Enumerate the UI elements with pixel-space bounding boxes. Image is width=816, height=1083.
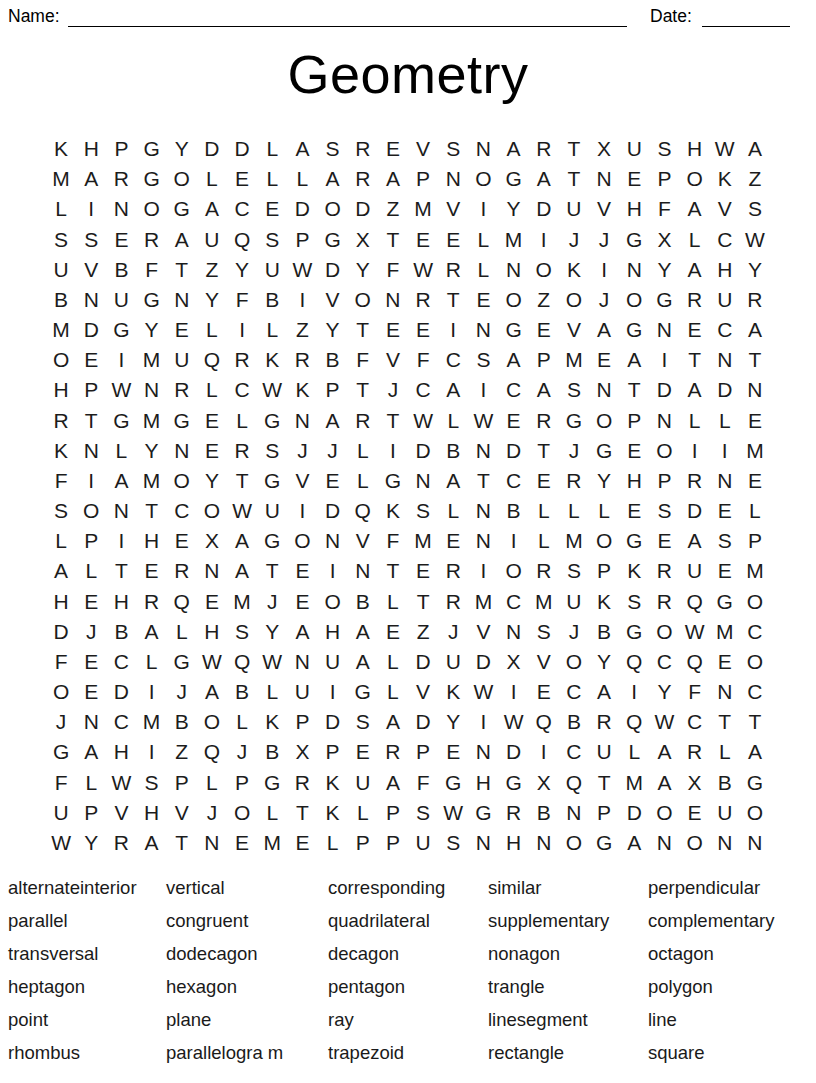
grid-cell-r13c20[interactable]: E xyxy=(619,496,649,526)
grid-cell-r11c1[interactable]: K xyxy=(46,436,76,466)
grid-cell-r20c19[interactable]: R xyxy=(589,707,619,737)
grid-cell-r1c13[interactable]: V xyxy=(408,134,438,164)
grid-cell-r21c15[interactable]: N xyxy=(468,737,498,767)
grid-cell-r21c3[interactable]: H xyxy=(106,737,136,767)
grid-cell-r20c18[interactable]: B xyxy=(559,707,589,737)
grid-cell-r1c3[interactable]: P xyxy=(106,134,136,164)
grid-cell-r22c23[interactable]: B xyxy=(710,767,740,797)
grid-cell-r2c14[interactable]: N xyxy=(438,164,468,194)
grid-cell-r19c5[interactable]: J xyxy=(167,677,197,707)
grid-cell-r18c21[interactable]: C xyxy=(649,647,679,677)
grid-cell-r18c3[interactable]: C xyxy=(106,647,136,677)
grid-cell-r4c20[interactable]: G xyxy=(619,224,649,254)
grid-cell-r13c18[interactable]: L xyxy=(559,496,589,526)
grid-cell-r12c22[interactable]: R xyxy=(679,466,709,496)
grid-cell-r7c10[interactable]: Y xyxy=(317,315,347,345)
grid-cell-r15c5[interactable]: R xyxy=(167,556,197,586)
grid-cell-r7c18[interactable]: V xyxy=(559,315,589,345)
grid-cell-r4c23[interactable]: C xyxy=(710,224,740,254)
grid-cell-r23c15[interactable]: G xyxy=(468,798,498,828)
grid-cell-r7c19[interactable]: A xyxy=(589,315,619,345)
grid-cell-r21c11[interactable]: E xyxy=(348,737,378,767)
grid-cell-r11c4[interactable]: Y xyxy=(136,436,166,466)
grid-cell-r14c24[interactable]: P xyxy=(740,526,770,556)
grid-cell-r22c19[interactable]: T xyxy=(589,767,619,797)
grid-cell-r18c8[interactable]: W xyxy=(257,647,287,677)
grid-cell-r15c12[interactable]: T xyxy=(378,556,408,586)
grid-cell-r7c4[interactable]: Y xyxy=(136,315,166,345)
grid-cell-r8c21[interactable]: I xyxy=(649,345,679,375)
grid-cell-r17c3[interactable]: B xyxy=(106,617,136,647)
grid-cell-r22c12[interactable]: A xyxy=(378,767,408,797)
grid-cell-r16c18[interactable]: U xyxy=(559,586,589,616)
grid-cell-r13c23[interactable]: E xyxy=(710,496,740,526)
grid-cell-r8c7[interactable]: R xyxy=(227,345,257,375)
grid-cell-r3c24[interactable]: S xyxy=(740,194,770,224)
grid-cell-r5c18[interactable]: K xyxy=(559,255,589,285)
grid-cell-r14c23[interactable]: S xyxy=(710,526,740,556)
grid-cell-r1c4[interactable]: G xyxy=(136,134,166,164)
grid-cell-r1c22[interactable]: H xyxy=(679,134,709,164)
grid-cell-r22c22[interactable]: X xyxy=(679,767,709,797)
grid-cell-r3c12[interactable]: Z xyxy=(378,194,408,224)
grid-cell-r17c5[interactable]: L xyxy=(167,617,197,647)
grid-cell-r3c9[interactable]: D xyxy=(287,194,317,224)
grid-cell-r10c9[interactable]: N xyxy=(287,405,317,435)
grid-cell-r24c14[interactable]: S xyxy=(438,828,468,858)
grid-cell-r12c18[interactable]: R xyxy=(559,466,589,496)
grid-cell-r11c17[interactable]: T xyxy=(529,436,559,466)
grid-cell-r5c10[interactable]: D xyxy=(317,255,347,285)
grid-cell-r23c1[interactable]: U xyxy=(46,798,76,828)
grid-cell-r1c2[interactable]: H xyxy=(76,134,106,164)
grid-cell-r7c12[interactable]: E xyxy=(378,315,408,345)
grid-cell-r1c11[interactable]: R xyxy=(348,134,378,164)
grid-cell-r2c17[interactable]: A xyxy=(529,164,559,194)
grid-cell-r14c19[interactable]: O xyxy=(589,526,619,556)
grid-cell-r21c14[interactable]: E xyxy=(438,737,468,767)
grid-cell-r2c20[interactable]: E xyxy=(619,164,649,194)
grid-cell-r23c24[interactable]: O xyxy=(740,798,770,828)
grid-cell-r24c8[interactable]: M xyxy=(257,828,287,858)
grid-cell-r20c7[interactable]: L xyxy=(227,707,257,737)
grid-cell-r12c24[interactable]: E xyxy=(740,466,770,496)
grid-cell-r20c15[interactable]: I xyxy=(468,707,498,737)
grid-cell-r21c19[interactable]: U xyxy=(589,737,619,767)
grid-cell-r9c8[interactable]: W xyxy=(257,375,287,405)
grid-cell-r15c18[interactable]: S xyxy=(559,556,589,586)
grid-cell-r19c23[interactable]: N xyxy=(710,677,740,707)
grid-cell-r9c4[interactable]: N xyxy=(136,375,166,405)
grid-cell-r12c19[interactable]: Y xyxy=(589,466,619,496)
grid-cell-r21c22[interactable]: R xyxy=(679,737,709,767)
grid-cell-r5c16[interactable]: N xyxy=(498,255,528,285)
grid-cell-r3c1[interactable]: L xyxy=(46,194,76,224)
grid-cell-r12c12[interactable]: G xyxy=(378,466,408,496)
grid-cell-r10c1[interactable]: R xyxy=(46,405,76,435)
grid-cell-r10c21[interactable]: N xyxy=(649,405,679,435)
grid-cell-r3c20[interactable]: H xyxy=(619,194,649,224)
grid-cell-r13c8[interactable]: U xyxy=(257,496,287,526)
grid-cell-r24c4[interactable]: A xyxy=(136,828,166,858)
grid-cell-r9c18[interactable]: S xyxy=(559,375,589,405)
grid-cell-r16c4[interactable]: R xyxy=(136,586,166,616)
grid-cell-r1c24[interactable]: A xyxy=(740,134,770,164)
grid-cell-r19c14[interactable]: K xyxy=(438,677,468,707)
grid-cell-r20c14[interactable]: Y xyxy=(438,707,468,737)
grid-cell-r18c7[interactable]: Q xyxy=(227,647,257,677)
grid-cell-r8c17[interactable]: P xyxy=(529,345,559,375)
grid-cell-r12c10[interactable]: E xyxy=(317,466,347,496)
grid-cell-r6c10[interactable]: V xyxy=(317,285,347,315)
grid-cell-r12c6[interactable]: Y xyxy=(197,466,227,496)
grid-cell-r22c1[interactable]: F xyxy=(46,767,76,797)
grid-cell-r19c19[interactable]: A xyxy=(589,677,619,707)
grid-cell-r24c1[interactable]: W xyxy=(46,828,76,858)
grid-cell-r13c1[interactable]: S xyxy=(46,496,76,526)
grid-cell-r10c17[interactable]: R xyxy=(529,405,559,435)
grid-cell-r14c1[interactable]: L xyxy=(46,526,76,556)
grid-cell-r20c12[interactable]: A xyxy=(378,707,408,737)
grid-cell-r20c20[interactable]: Q xyxy=(619,707,649,737)
grid-cell-r24c16[interactable]: H xyxy=(498,828,528,858)
grid-cell-r9c13[interactable]: C xyxy=(408,375,438,405)
grid-cell-r22c8[interactable]: G xyxy=(257,767,287,797)
grid-cell-r20c23[interactable]: T xyxy=(710,707,740,737)
grid-cell-r3c19[interactable]: V xyxy=(589,194,619,224)
grid-cell-r8c6[interactable]: Q xyxy=(197,345,227,375)
grid-cell-r12c15[interactable]: T xyxy=(468,466,498,496)
grid-cell-r11c13[interactable]: D xyxy=(408,436,438,466)
grid-cell-r23c11[interactable]: L xyxy=(348,798,378,828)
grid-cell-r4c17[interactable]: I xyxy=(529,224,559,254)
grid-cell-r11c7[interactable]: R xyxy=(227,436,257,466)
grid-cell-r20c3[interactable]: C xyxy=(106,707,136,737)
grid-cell-r21c18[interactable]: C xyxy=(559,737,589,767)
grid-cell-r2c21[interactable]: P xyxy=(649,164,679,194)
grid-cell-r6c5[interactable]: N xyxy=(167,285,197,315)
grid-cell-r9c16[interactable]: C xyxy=(498,375,528,405)
grid-cell-r10c7[interactable]: L xyxy=(227,405,257,435)
grid-cell-r21c16[interactable]: D xyxy=(498,737,528,767)
grid-cell-r8c19[interactable]: E xyxy=(589,345,619,375)
grid-cell-r8c13[interactable]: F xyxy=(408,345,438,375)
grid-cell-r21c12[interactable]: R xyxy=(378,737,408,767)
grid-cell-r10c19[interactable]: O xyxy=(589,405,619,435)
grid-cell-r16c2[interactable]: E xyxy=(76,586,106,616)
grid-cell-r24c6[interactable]: N xyxy=(197,828,227,858)
grid-cell-r17c21[interactable]: O xyxy=(649,617,679,647)
grid-cell-r23c22[interactable]: E xyxy=(679,798,709,828)
grid-cell-r13c16[interactable]: B xyxy=(498,496,528,526)
grid-cell-r5c22[interactable]: A xyxy=(679,255,709,285)
grid-cell-r6c2[interactable]: N xyxy=(76,285,106,315)
grid-cell-r9c17[interactable]: A xyxy=(529,375,559,405)
grid-cell-r20c16[interactable]: W xyxy=(498,707,528,737)
grid-cell-r22c21[interactable]: A xyxy=(649,767,679,797)
grid-cell-r15c13[interactable]: E xyxy=(408,556,438,586)
grid-cell-r7c16[interactable]: G xyxy=(498,315,528,345)
grid-cell-r3c7[interactable]: C xyxy=(227,194,257,224)
grid-cell-r15c7[interactable]: A xyxy=(227,556,257,586)
grid-cell-r20c17[interactable]: Q xyxy=(529,707,559,737)
grid-cell-r11c16[interactable]: D xyxy=(498,436,528,466)
grid-cell-r18c15[interactable]: D xyxy=(468,647,498,677)
grid-cell-r10c6[interactable]: E xyxy=(197,405,227,435)
grid-cell-r20c10[interactable]: D xyxy=(317,707,347,737)
grid-cell-r10c8[interactable]: G xyxy=(257,405,287,435)
grid-cell-r10c5[interactable]: G xyxy=(167,405,197,435)
grid-cell-r23c20[interactable]: D xyxy=(619,798,649,828)
grid-cell-r18c1[interactable]: F xyxy=(46,647,76,677)
grid-cell-r11c12[interactable]: I xyxy=(378,436,408,466)
grid-cell-r6c17[interactable]: Z xyxy=(529,285,559,315)
grid-cell-r6c16[interactable]: O xyxy=(498,285,528,315)
grid-cell-r17c2[interactable]: J xyxy=(76,617,106,647)
grid-cell-r16c16[interactable]: C xyxy=(498,586,528,616)
grid-cell-r7c15[interactable]: N xyxy=(468,315,498,345)
grid-cell-r19c21[interactable]: Y xyxy=(649,677,679,707)
grid-cell-r11c5[interactable]: N xyxy=(167,436,197,466)
grid-cell-r5c15[interactable]: L xyxy=(468,255,498,285)
grid-cell-r22c15[interactable]: H xyxy=(468,767,498,797)
grid-cell-r16c1[interactable]: H xyxy=(46,586,76,616)
grid-cell-r6c18[interactable]: O xyxy=(559,285,589,315)
grid-cell-r3c8[interactable]: E xyxy=(257,194,287,224)
grid-cell-r11c23[interactable]: I xyxy=(710,436,740,466)
grid-cell-r6c22[interactable]: R xyxy=(679,285,709,315)
grid-cell-r1c5[interactable]: Y xyxy=(167,134,197,164)
grid-cell-r16c14[interactable]: R xyxy=(438,586,468,616)
grid-cell-r23c9[interactable]: T xyxy=(287,798,317,828)
grid-cell-r23c7[interactable]: O xyxy=(227,798,257,828)
grid-cell-r24c12[interactable]: P xyxy=(378,828,408,858)
grid-cell-r8c14[interactable]: C xyxy=(438,345,468,375)
grid-cell-r3c18[interactable]: U xyxy=(559,194,589,224)
grid-cell-r13c5[interactable]: C xyxy=(167,496,197,526)
grid-cell-r21c7[interactable]: J xyxy=(227,737,257,767)
grid-cell-r22c7[interactable]: P xyxy=(227,767,257,797)
grid-cell-r24c11[interactable]: P xyxy=(348,828,378,858)
grid-cell-r21c2[interactable]: A xyxy=(76,737,106,767)
grid-cell-r15c22[interactable]: U xyxy=(679,556,709,586)
grid-cell-r8c16[interactable]: A xyxy=(498,345,528,375)
grid-cell-r23c2[interactable]: P xyxy=(76,798,106,828)
grid-cell-r6c12[interactable]: N xyxy=(378,285,408,315)
grid-cell-r12c4[interactable]: M xyxy=(136,466,166,496)
grid-cell-r11c19[interactable]: G xyxy=(589,436,619,466)
grid-cell-r19c18[interactable]: C xyxy=(559,677,589,707)
grid-cell-r7c20[interactable]: G xyxy=(619,315,649,345)
grid-cell-r6c21[interactable]: G xyxy=(649,285,679,315)
grid-cell-r8c2[interactable]: E xyxy=(76,345,106,375)
grid-cell-r10c16[interactable]: E xyxy=(498,405,528,435)
grid-cell-r10c13[interactable]: W xyxy=(408,405,438,435)
grid-cell-r3c13[interactable]: M xyxy=(408,194,438,224)
grid-cell-r22c13[interactable]: F xyxy=(408,767,438,797)
grid-cell-r24c24[interactable]: N xyxy=(740,828,770,858)
grid-cell-r17c24[interactable]: C xyxy=(740,617,770,647)
grid-cell-r4c8[interactable]: S xyxy=(257,224,287,254)
grid-cell-r16c8[interactable]: J xyxy=(257,586,287,616)
grid-cell-r13c15[interactable]: N xyxy=(468,496,498,526)
grid-cell-r2c7[interactable]: E xyxy=(227,164,257,194)
grid-cell-r14c20[interactable]: G xyxy=(619,526,649,556)
grid-cell-r17c15[interactable]: V xyxy=(468,617,498,647)
grid-cell-r21c4[interactable]: I xyxy=(136,737,166,767)
grid-cell-r11c3[interactable]: L xyxy=(106,436,136,466)
grid-cell-r12c8[interactable]: G xyxy=(257,466,287,496)
grid-cell-r1c14[interactable]: S xyxy=(438,134,468,164)
grid-cell-r16c24[interactable]: O xyxy=(740,586,770,616)
grid-cell-r13c19[interactable]: L xyxy=(589,496,619,526)
grid-cell-r14c18[interactable]: M xyxy=(559,526,589,556)
grid-cell-r1c8[interactable]: L xyxy=(257,134,287,164)
grid-cell-r2c4[interactable]: G xyxy=(136,164,166,194)
grid-cell-r14c15[interactable]: N xyxy=(468,526,498,556)
grid-cell-r4c18[interactable]: J xyxy=(559,224,589,254)
grid-cell-r21c23[interactable]: L xyxy=(710,737,740,767)
grid-cell-r5c5[interactable]: T xyxy=(167,255,197,285)
grid-cell-r17c16[interactable]: N xyxy=(498,617,528,647)
grid-cell-r12c5[interactable]: O xyxy=(167,466,197,496)
grid-cell-r4c1[interactable]: S xyxy=(46,224,76,254)
grid-cell-r10c12[interactable]: T xyxy=(378,405,408,435)
grid-cell-r18c6[interactable]: W xyxy=(197,647,227,677)
grid-cell-r19c22[interactable]: F xyxy=(679,677,709,707)
grid-cell-r19c16[interactable]: I xyxy=(498,677,528,707)
grid-cell-r20c13[interactable]: D xyxy=(408,707,438,737)
grid-cell-r14c22[interactable]: A xyxy=(679,526,709,556)
grid-cell-r3c22[interactable]: A xyxy=(679,194,709,224)
grid-cell-r4c14[interactable]: E xyxy=(438,224,468,254)
grid-cell-r15c23[interactable]: E xyxy=(710,556,740,586)
grid-cell-r6c8[interactable]: B xyxy=(257,285,287,315)
grid-cell-r15c8[interactable]: T xyxy=(257,556,287,586)
grid-cell-r12c3[interactable]: A xyxy=(106,466,136,496)
grid-cell-r2c12[interactable]: A xyxy=(378,164,408,194)
grid-cell-r17c10[interactable]: H xyxy=(317,617,347,647)
grid-cell-r14c4[interactable]: H xyxy=(136,526,166,556)
grid-cell-r24c2[interactable]: Y xyxy=(76,828,106,858)
grid-cell-r16c19[interactable]: K xyxy=(589,586,619,616)
grid-cell-r7c13[interactable]: E xyxy=(408,315,438,345)
grid-cell-r24c22[interactable]: O xyxy=(679,828,709,858)
grid-cell-r9c3[interactable]: W xyxy=(106,375,136,405)
grid-cell-r15c17[interactable]: R xyxy=(529,556,559,586)
grid-cell-r14c14[interactable]: E xyxy=(438,526,468,556)
grid-cell-r8c15[interactable]: S xyxy=(468,345,498,375)
grid-cell-r15c19[interactable]: P xyxy=(589,556,619,586)
grid-cell-r8c8[interactable]: K xyxy=(257,345,287,375)
grid-cell-r3c2[interactable]: I xyxy=(76,194,106,224)
grid-cell-r5c6[interactable]: Z xyxy=(197,255,227,285)
grid-cell-r19c8[interactable]: L xyxy=(257,677,287,707)
grid-cell-r9c5[interactable]: R xyxy=(167,375,197,405)
grid-cell-r6c15[interactable]: E xyxy=(468,285,498,315)
grid-cell-r7c9[interactable]: Z xyxy=(287,315,317,345)
grid-cell-r4c13[interactable]: E xyxy=(408,224,438,254)
grid-cell-r12c21[interactable]: P xyxy=(649,466,679,496)
grid-cell-r4c12[interactable]: T xyxy=(378,224,408,254)
grid-cell-r9c22[interactable]: A xyxy=(679,375,709,405)
grid-cell-r1c1[interactable]: K xyxy=(46,134,76,164)
grid-cell-r17c1[interactable]: D xyxy=(46,617,76,647)
grid-cell-r13c6[interactable]: O xyxy=(197,496,227,526)
grid-cell-r17c18[interactable]: J xyxy=(559,617,589,647)
grid-cell-r11c24[interactable]: M xyxy=(740,436,770,466)
grid-cell-r3c17[interactable]: D xyxy=(529,194,559,224)
grid-cell-r12c9[interactable]: V xyxy=(287,466,317,496)
grid-cell-r4c3[interactable]: E xyxy=(106,224,136,254)
grid-cell-r18c18[interactable]: O xyxy=(559,647,589,677)
grid-cell-r19c17[interactable]: E xyxy=(529,677,559,707)
grid-cell-r22c6[interactable]: L xyxy=(197,767,227,797)
grid-cell-r20c2[interactable]: N xyxy=(76,707,106,737)
grid-cell-r9c6[interactable]: L xyxy=(197,375,227,405)
grid-cell-r15c14[interactable]: R xyxy=(438,556,468,586)
grid-cell-r12c14[interactable]: A xyxy=(438,466,468,496)
grid-cell-r11c18[interactable]: J xyxy=(559,436,589,466)
grid-cell-r16c23[interactable]: G xyxy=(710,586,740,616)
grid-cell-r15c3[interactable]: T xyxy=(106,556,136,586)
grid-cell-r13c3[interactable]: N xyxy=(106,496,136,526)
grid-cell-r13c9[interactable]: I xyxy=(287,496,317,526)
grid-cell-r23c16[interactable]: R xyxy=(498,798,528,828)
grid-cell-r11c22[interactable]: I xyxy=(679,436,709,466)
grid-cell-r18c10[interactable]: U xyxy=(317,647,347,677)
grid-cell-r10c18[interactable]: G xyxy=(559,405,589,435)
grid-cell-r7c5[interactable]: E xyxy=(167,315,197,345)
grid-cell-r2c3[interactable]: R xyxy=(106,164,136,194)
grid-cell-r21c6[interactable]: Q xyxy=(197,737,227,767)
grid-cell-r23c23[interactable]: U xyxy=(710,798,740,828)
grid-cell-r5c8[interactable]: U xyxy=(257,255,287,285)
grid-cell-r20c11[interactable]: S xyxy=(348,707,378,737)
grid-cell-r24c17[interactable]: N xyxy=(529,828,559,858)
grid-cell-r14c3[interactable]: I xyxy=(106,526,136,556)
grid-cell-r23c10[interactable]: K xyxy=(317,798,347,828)
grid-cell-r2c8[interactable]: L xyxy=(257,164,287,194)
grid-cell-r10c14[interactable]: L xyxy=(438,405,468,435)
grid-cell-r3c10[interactable]: O xyxy=(317,194,347,224)
grid-cell-r19c1[interactable]: O xyxy=(46,677,76,707)
grid-cell-r5c9[interactable]: W xyxy=(287,255,317,285)
grid-cell-r7c8[interactable]: L xyxy=(257,315,287,345)
grid-cell-r8c9[interactable]: R xyxy=(287,345,317,375)
grid-cell-r5c7[interactable]: Y xyxy=(227,255,257,285)
grid-cell-r18c14[interactable]: U xyxy=(438,647,468,677)
grid-cell-r14c17[interactable]: L xyxy=(529,526,559,556)
grid-cell-r5c3[interactable]: B xyxy=(106,255,136,285)
grid-cell-r21c1[interactable]: G xyxy=(46,737,76,767)
grid-cell-r4c9[interactable]: P xyxy=(287,224,317,254)
grid-cell-r5c12[interactable]: F xyxy=(378,255,408,285)
grid-cell-r7c21[interactable]: N xyxy=(649,315,679,345)
grid-cell-r8c18[interactable]: M xyxy=(559,345,589,375)
grid-cell-r22c11[interactable]: U xyxy=(348,767,378,797)
grid-cell-r18c2[interactable]: E xyxy=(76,647,106,677)
grid-cell-r22c16[interactable]: G xyxy=(498,767,528,797)
grid-cell-r22c3[interactable]: W xyxy=(106,767,136,797)
grid-cell-r13c10[interactable]: D xyxy=(317,496,347,526)
grid-cell-r5c24[interactable]: Y xyxy=(740,255,770,285)
grid-cell-r9c24[interactable]: N xyxy=(740,375,770,405)
grid-cell-r2c24[interactable]: Z xyxy=(740,164,770,194)
grid-cell-r15c20[interactable]: K xyxy=(619,556,649,586)
grid-cell-r6c23[interactable]: U xyxy=(710,285,740,315)
grid-cell-r15c10[interactable]: I xyxy=(317,556,347,586)
